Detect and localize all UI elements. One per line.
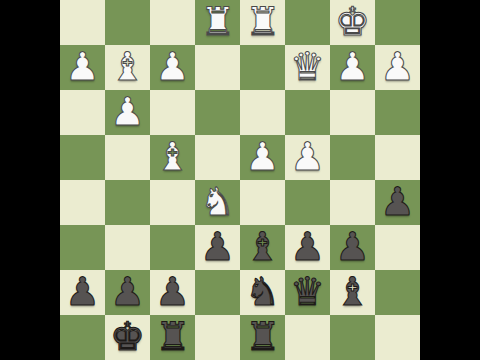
square-g1[interactable] <box>105 0 150 45</box>
square-e5[interactable]: ♞ <box>195 180 240 225</box>
square-c1[interactable] <box>285 0 330 45</box>
square-f7[interactable]: ♟ <box>150 270 195 315</box>
white-queen[interactable]: ♛ <box>290 44 325 89</box>
black-pawn[interactable]: ♟ <box>65 269 100 314</box>
square-c2[interactable]: ♛ <box>285 45 330 90</box>
square-g2[interactable]: ♝ <box>105 45 150 90</box>
square-d3[interactable] <box>240 90 285 135</box>
square-c7[interactable]: ♛ <box>285 270 330 315</box>
letterbox-left <box>0 0 60 360</box>
square-e2[interactable] <box>195 45 240 90</box>
white-king[interactable]: ♚ <box>335 0 370 44</box>
white-knight[interactable]: ♞ <box>200 179 235 224</box>
square-a6[interactable] <box>375 225 420 270</box>
square-g4[interactable] <box>105 135 150 180</box>
white-pawn[interactable]: ♟ <box>290 134 325 179</box>
square-f4[interactable]: ♝ <box>150 135 195 180</box>
letterbox-right <box>420 0 480 360</box>
square-h7[interactable]: ♟ <box>60 270 105 315</box>
white-rook[interactable]: ♜ <box>245 0 280 44</box>
black-bishop[interactable]: ♝ <box>245 224 280 269</box>
square-a3[interactable] <box>375 90 420 135</box>
square-a7[interactable] <box>375 270 420 315</box>
square-e4[interactable] <box>195 135 240 180</box>
square-b7[interactable]: ♝ <box>330 270 375 315</box>
square-h3[interactable] <box>60 90 105 135</box>
square-f1[interactable] <box>150 0 195 45</box>
white-pawn[interactable]: ♟ <box>155 44 190 89</box>
square-b2[interactable]: ♟ <box>330 45 375 90</box>
white-rook[interactable]: ♜ <box>200 0 235 44</box>
square-f8[interactable]: ♜ <box>150 315 195 360</box>
square-c8[interactable] <box>285 315 330 360</box>
white-pawn[interactable]: ♟ <box>65 44 100 89</box>
black-pawn[interactable]: ♟ <box>380 179 415 224</box>
square-f6[interactable] <box>150 225 195 270</box>
square-h1[interactable] <box>60 0 105 45</box>
square-d2[interactable] <box>240 45 285 90</box>
square-g8[interactable]: ♚ <box>105 315 150 360</box>
square-g7[interactable]: ♟ <box>105 270 150 315</box>
white-pawn[interactable]: ♟ <box>335 44 370 89</box>
square-b4[interactable] <box>330 135 375 180</box>
square-g3[interactable]: ♟ <box>105 90 150 135</box>
app-frame: ♜♜♚♟♝♟♛♟♟♟♝♟♟♞♟♟♝♟♟♟♟♟♞♛♝♚♜♜ <box>0 0 480 360</box>
square-e1[interactable]: ♜ <box>195 0 240 45</box>
square-h2[interactable]: ♟ <box>60 45 105 90</box>
square-c3[interactable] <box>285 90 330 135</box>
square-a4[interactable] <box>375 135 420 180</box>
white-pawn[interactable]: ♟ <box>110 89 145 134</box>
white-pawn[interactable]: ♟ <box>245 134 280 179</box>
square-f2[interactable]: ♟ <box>150 45 195 90</box>
square-b3[interactable] <box>330 90 375 135</box>
chess-board[interactable]: ♜♜♚♟♝♟♛♟♟♟♝♟♟♞♟♟♝♟♟♟♟♟♞♛♝♚♜♜ <box>60 0 420 360</box>
square-b1[interactable]: ♚ <box>330 0 375 45</box>
black-pawn[interactable]: ♟ <box>155 269 190 314</box>
black-bishop[interactable]: ♝ <box>335 269 370 314</box>
square-f3[interactable] <box>150 90 195 135</box>
black-king[interactable]: ♚ <box>110 314 145 359</box>
square-a8[interactable] <box>375 315 420 360</box>
black-pawn[interactable]: ♟ <box>200 224 235 269</box>
square-a1[interactable] <box>375 0 420 45</box>
square-b8[interactable] <box>330 315 375 360</box>
square-d6[interactable]: ♝ <box>240 225 285 270</box>
black-pawn[interactable]: ♟ <box>110 269 145 314</box>
square-g5[interactable] <box>105 180 150 225</box>
black-pawn[interactable]: ♟ <box>335 224 370 269</box>
square-c5[interactable] <box>285 180 330 225</box>
square-h5[interactable] <box>60 180 105 225</box>
square-a2[interactable]: ♟ <box>375 45 420 90</box>
square-h4[interactable] <box>60 135 105 180</box>
black-queen[interactable]: ♛ <box>290 269 325 314</box>
square-f5[interactable] <box>150 180 195 225</box>
square-b5[interactable] <box>330 180 375 225</box>
square-c6[interactable]: ♟ <box>285 225 330 270</box>
square-d7[interactable]: ♞ <box>240 270 285 315</box>
square-d4[interactable]: ♟ <box>240 135 285 180</box>
square-h8[interactable] <box>60 315 105 360</box>
square-e6[interactable]: ♟ <box>195 225 240 270</box>
white-pawn[interactable]: ♟ <box>380 44 415 89</box>
square-d5[interactable] <box>240 180 285 225</box>
square-e7[interactable] <box>195 270 240 315</box>
square-b6[interactable]: ♟ <box>330 225 375 270</box>
square-e3[interactable] <box>195 90 240 135</box>
square-e8[interactable] <box>195 315 240 360</box>
square-d1[interactable]: ♜ <box>240 0 285 45</box>
black-knight[interactable]: ♞ <box>245 269 280 314</box>
white-bishop[interactable]: ♝ <box>110 44 145 89</box>
black-pawn[interactable]: ♟ <box>290 224 325 269</box>
square-d8[interactable]: ♜ <box>240 315 285 360</box>
black-rook[interactable]: ♜ <box>245 314 280 359</box>
white-bishop[interactable]: ♝ <box>155 134 190 179</box>
square-a5[interactable]: ♟ <box>375 180 420 225</box>
square-h6[interactable] <box>60 225 105 270</box>
black-rook[interactable]: ♜ <box>155 314 190 359</box>
square-g6[interactable] <box>105 225 150 270</box>
square-c4[interactable]: ♟ <box>285 135 330 180</box>
